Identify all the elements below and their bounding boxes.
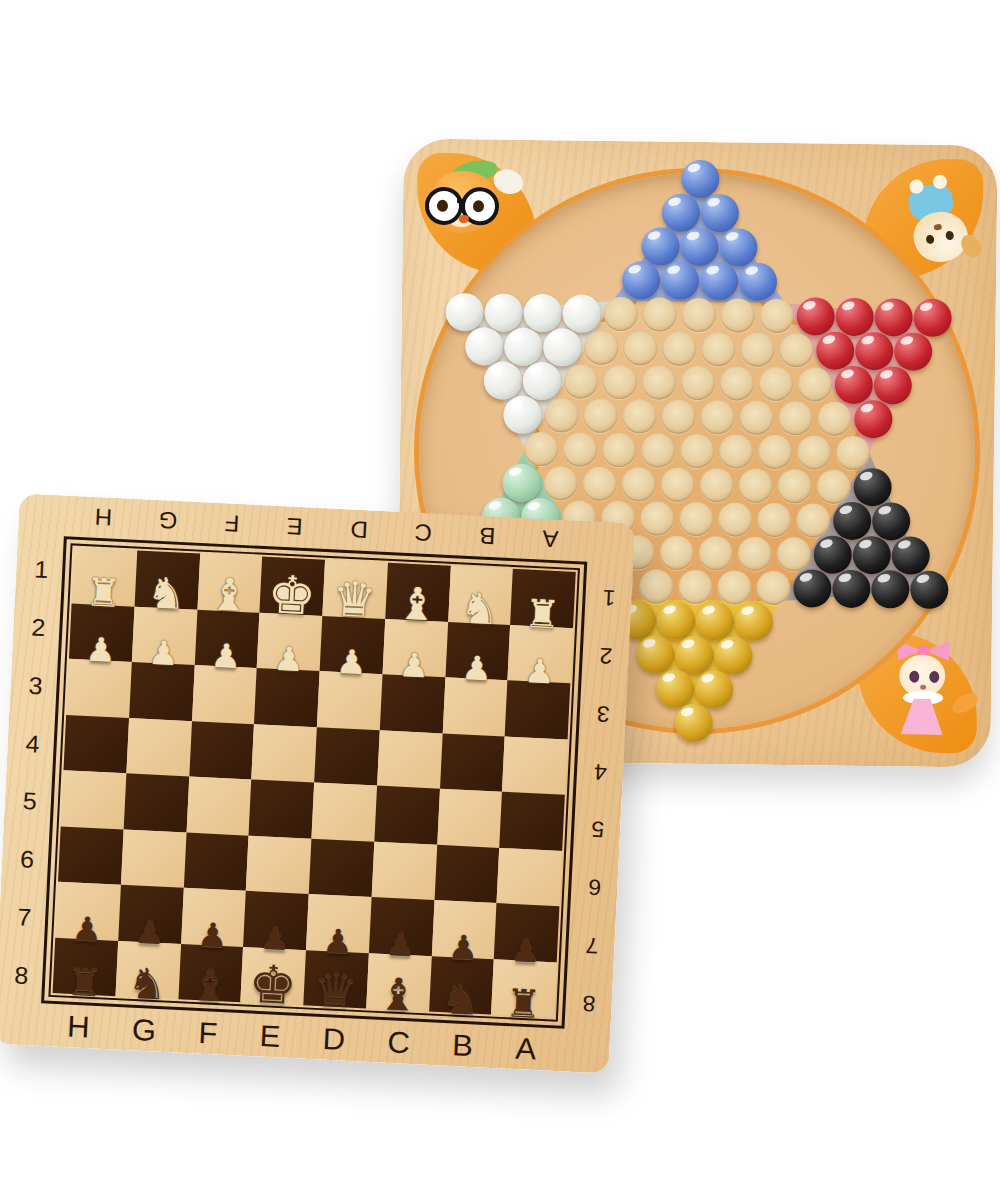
coord-label-d: D bbox=[350, 515, 369, 543]
square-h5 bbox=[61, 770, 126, 829]
marble-black bbox=[832, 570, 870, 608]
coord-label-b: B bbox=[479, 522, 496, 550]
fox-nose bbox=[920, 685, 926, 690]
marble-highlight bbox=[744, 265, 759, 277]
black-bishop-f8: ♝ bbox=[188, 966, 231, 1006]
square-e8: ♚ bbox=[241, 947, 306, 1006]
coord-label-g: G bbox=[131, 1013, 157, 1049]
hole-empty bbox=[543, 466, 577, 500]
square-e5 bbox=[249, 779, 314, 838]
square-f4 bbox=[189, 721, 254, 780]
hole-empty bbox=[777, 469, 811, 503]
hole-empty bbox=[584, 331, 618, 365]
hole-empty bbox=[642, 365, 676, 399]
white-rook-a1: ♜ bbox=[524, 596, 561, 631]
black-pawn-e7: ♟ bbox=[259, 923, 291, 952]
coord-label-1: 1 bbox=[34, 556, 49, 585]
square-a5 bbox=[499, 792, 564, 851]
marble-white bbox=[504, 328, 542, 366]
marble-red bbox=[894, 332, 932, 370]
square-d6 bbox=[309, 838, 374, 897]
square-e4 bbox=[251, 724, 316, 783]
marble-red bbox=[913, 299, 951, 337]
coord-label-h: H bbox=[66, 1009, 90, 1045]
marble-black bbox=[853, 468, 891, 506]
hole-empty bbox=[776, 537, 810, 571]
marble-highlight bbox=[508, 398, 523, 410]
chess-board: HGFEDCBA 12345678 12345678 HGFEDCBA ♜♞♝♚… bbox=[0, 493, 635, 1073]
marble-highlight bbox=[838, 572, 853, 584]
marble-black bbox=[910, 571, 948, 609]
marble-highlight bbox=[840, 368, 855, 380]
white-knight-b1: ♞ bbox=[459, 590, 500, 628]
square-b7: ♟ bbox=[431, 900, 496, 959]
owl-character bbox=[424, 163, 517, 256]
square-h7: ♟ bbox=[55, 882, 120, 941]
marble-white bbox=[503, 396, 541, 434]
hole-empty bbox=[662, 332, 696, 366]
hole-empty bbox=[740, 333, 774, 367]
square-f1: ♝ bbox=[197, 554, 262, 613]
hole-empty bbox=[778, 401, 812, 435]
marble-blue bbox=[660, 262, 698, 300]
square-d4 bbox=[314, 727, 379, 786]
marble-highlight bbox=[647, 230, 662, 242]
square-f6 bbox=[183, 832, 248, 891]
white-pawn-c2: ♟ bbox=[398, 651, 430, 680]
fox-dress bbox=[901, 699, 943, 736]
marble-highlight bbox=[667, 196, 682, 208]
black-queen-d8: ♛ bbox=[312, 968, 359, 1011]
black-pawn-b7: ♟ bbox=[447, 932, 479, 961]
marble-red bbox=[854, 400, 892, 438]
marble-yellow bbox=[695, 602, 733, 640]
owl-beak bbox=[459, 215, 469, 223]
marble-highlight bbox=[681, 638, 696, 650]
square-g1: ♞ bbox=[134, 550, 199, 609]
marble-yellow bbox=[655, 670, 693, 708]
marble-highlight bbox=[701, 604, 716, 616]
marble-highlight bbox=[740, 605, 755, 617]
marble-highlight bbox=[916, 573, 931, 585]
white-pawn-g2: ♟ bbox=[148, 639, 180, 668]
black-rook-h8: ♜ bbox=[66, 965, 103, 1000]
square-f7: ♟ bbox=[181, 888, 246, 947]
marble-highlight bbox=[509, 330, 524, 342]
marble-highlight bbox=[821, 334, 836, 346]
coord-label-6: 6 bbox=[587, 874, 601, 901]
hole-empty bbox=[817, 401, 851, 435]
white-king-e1: ♚ bbox=[267, 572, 318, 619]
marble-white bbox=[465, 327, 503, 365]
hole-empty bbox=[698, 536, 732, 570]
marble-highlight bbox=[642, 638, 657, 650]
hole-empty bbox=[659, 536, 693, 570]
hole-empty bbox=[779, 333, 813, 367]
black-pawn-d7: ♟ bbox=[322, 926, 354, 955]
marble-highlight bbox=[877, 505, 892, 517]
square-h1: ♜ bbox=[72, 547, 137, 606]
black-pawn-c7: ♟ bbox=[385, 929, 417, 958]
marble-highlight bbox=[860, 334, 875, 346]
marble-highlight bbox=[899, 335, 914, 347]
hole-empty bbox=[623, 331, 657, 365]
coord-label-4: 4 bbox=[593, 758, 607, 785]
marble-highlight bbox=[858, 538, 873, 550]
fox-girl-character bbox=[882, 640, 975, 751]
coord-label-7: 7 bbox=[585, 932, 599, 959]
coord-label-e: E bbox=[286, 512, 303, 540]
square-d5 bbox=[311, 783, 376, 842]
square-a7: ♟ bbox=[494, 903, 559, 962]
square-e7: ♟ bbox=[243, 891, 308, 950]
marble-highlight bbox=[490, 296, 505, 308]
square-b4 bbox=[440, 733, 505, 792]
marble-white bbox=[543, 328, 581, 366]
hole-empty bbox=[661, 400, 695, 434]
chess-grid: ♜♞♝♚♛♝♞♜♟♟♟♟♟♟♟♟♟♟♟♟♟♟♟♟♜♞♝♚♛♝♞♜ bbox=[53, 547, 576, 1017]
coord-label-8: 8 bbox=[14, 961, 29, 990]
marble-red bbox=[855, 332, 893, 370]
white-pawn-e2: ♟ bbox=[273, 645, 305, 674]
marble-highlight bbox=[858, 470, 873, 482]
black-rook-a8: ♜ bbox=[505, 986, 542, 1021]
black-king-e8: ♚ bbox=[248, 962, 299, 1009]
coord-label-4: 4 bbox=[25, 729, 40, 758]
coord-label-f: F bbox=[224, 509, 240, 537]
marble-highlight bbox=[879, 369, 894, 381]
black-pawn-a7: ♟ bbox=[510, 936, 542, 965]
marble-highlight bbox=[706, 196, 721, 208]
marble-highlight bbox=[507, 466, 522, 478]
square-c6 bbox=[371, 841, 436, 900]
coord-label-2: 2 bbox=[31, 613, 46, 642]
marble-highlight bbox=[877, 573, 892, 585]
hole-empty bbox=[700, 400, 734, 434]
coord-label-b: B bbox=[451, 1028, 473, 1064]
marble-highlight bbox=[802, 300, 817, 312]
square-b1: ♞ bbox=[448, 566, 513, 625]
black-bishop-c8: ♝ bbox=[376, 975, 419, 1015]
glasses-bridge bbox=[457, 199, 465, 203]
square-b6 bbox=[434, 844, 499, 903]
square-b5 bbox=[437, 789, 502, 848]
hole-empty bbox=[816, 469, 850, 503]
marble-highlight bbox=[470, 330, 485, 342]
marble-highlight bbox=[705, 264, 720, 276]
square-g7: ♟ bbox=[118, 885, 183, 944]
square-g6 bbox=[121, 829, 186, 888]
coord-label-3: 3 bbox=[596, 700, 610, 727]
owl-eye bbox=[437, 200, 448, 212]
board-frame-inner: ♜♞♝♚♛♝♞♜♟♟♟♟♟♟♟♟♟♟♟♟♟♟♟♟♜♞♝♚♛♝♞♜ bbox=[48, 543, 580, 1021]
marble-highlight bbox=[489, 364, 504, 376]
square-c4 bbox=[377, 730, 442, 789]
marble-highlight bbox=[487, 500, 502, 512]
white-pawn-f2: ♟ bbox=[210, 642, 242, 671]
marble-highlight bbox=[627, 263, 642, 275]
marble-highlight bbox=[662, 604, 677, 616]
white-queen-d1: ♛ bbox=[331, 579, 378, 622]
owl-eye bbox=[473, 200, 484, 212]
square-a4 bbox=[502, 736, 567, 795]
square-h6 bbox=[58, 826, 123, 885]
coord-label-c: C bbox=[414, 518, 433, 546]
marble-highlight bbox=[548, 331, 563, 343]
coord-label-a: A bbox=[515, 1031, 537, 1067]
black-pawn-g7: ♟ bbox=[134, 917, 166, 946]
marble-highlight bbox=[720, 639, 735, 651]
coord-label-6: 6 bbox=[19, 845, 34, 874]
marble-highlight bbox=[897, 539, 912, 551]
marble-highlight bbox=[661, 672, 676, 684]
square-d7: ♟ bbox=[306, 894, 371, 953]
marble-black bbox=[793, 569, 831, 607]
hole-empty bbox=[739, 401, 773, 435]
marble-highlight bbox=[838, 504, 853, 516]
white-pawn-h2: ♟ bbox=[85, 636, 117, 665]
coord-label-5: 5 bbox=[590, 816, 604, 843]
white-bishop-f1: ♝ bbox=[208, 576, 251, 616]
hole-empty bbox=[602, 433, 636, 467]
hole-empty bbox=[544, 398, 578, 432]
marble-white bbox=[562, 294, 600, 332]
marble-highlight bbox=[680, 706, 695, 718]
black-knight-g8: ♞ bbox=[127, 964, 168, 1002]
marble-highlight bbox=[799, 572, 814, 584]
white-knight-g1: ♞ bbox=[146, 574, 187, 612]
square-c7: ♟ bbox=[369, 897, 434, 956]
coord-label-8: 8 bbox=[582, 990, 596, 1017]
marble-black bbox=[871, 570, 909, 608]
hole-empty bbox=[680, 434, 714, 468]
marble-blue bbox=[621, 261, 659, 299]
coord-label-5: 5 bbox=[22, 787, 37, 816]
marble-highlight bbox=[841, 300, 856, 312]
marble-highlight bbox=[859, 402, 874, 414]
coord-label-d: D bbox=[322, 1022, 346, 1058]
marble-blue bbox=[661, 194, 699, 232]
hole-empty bbox=[621, 467, 655, 501]
marble-highlight bbox=[529, 296, 544, 308]
square-e1: ♚ bbox=[260, 557, 325, 616]
marble-highlight bbox=[528, 364, 543, 376]
product-photo: HGFEDCBA 12345678 12345678 HGFEDCBA ♜♞♝♚… bbox=[0, 0, 1000, 1200]
coord-label-a: A bbox=[542, 525, 559, 553]
square-g5 bbox=[123, 773, 188, 832]
marble-yellow bbox=[734, 602, 772, 640]
marble-red bbox=[874, 366, 912, 404]
hole-empty bbox=[717, 570, 751, 604]
square-d1: ♛ bbox=[322, 560, 387, 619]
square-a1: ♜ bbox=[510, 569, 575, 628]
fox-tail bbox=[949, 689, 981, 717]
hole-empty bbox=[720, 366, 754, 400]
marble-highlight bbox=[451, 295, 466, 307]
hole-empty bbox=[639, 569, 673, 603]
coord-label-g: G bbox=[158, 506, 178, 534]
marble-black bbox=[891, 536, 929, 574]
marble-green bbox=[502, 464, 540, 502]
hole-empty bbox=[660, 468, 694, 502]
white-rook-h1: ♜ bbox=[85, 575, 122, 610]
hole-empty bbox=[836, 436, 870, 470]
square-c1: ♝ bbox=[385, 563, 450, 622]
square-f5 bbox=[186, 776, 251, 835]
white-pawn-d2: ♟ bbox=[336, 648, 368, 677]
hole-empty bbox=[738, 469, 772, 503]
hole-empty bbox=[701, 332, 735, 366]
hole-empty bbox=[699, 468, 733, 502]
marble-highlight bbox=[526, 500, 541, 512]
hole-empty bbox=[583, 399, 617, 433]
marble-highlight bbox=[686, 230, 701, 242]
marble-yellow bbox=[674, 704, 712, 742]
marble-blue bbox=[738, 262, 776, 300]
marble-highlight bbox=[568, 297, 583, 309]
marble-highlight bbox=[880, 301, 895, 313]
hole-empty bbox=[582, 467, 616, 501]
black-knight-b8: ♞ bbox=[440, 980, 481, 1018]
square-c5 bbox=[374, 786, 439, 845]
marble-highlight bbox=[919, 301, 934, 313]
marble-highlight bbox=[819, 538, 834, 550]
white-pawn-b2: ♟ bbox=[461, 654, 493, 683]
coord-label-7: 7 bbox=[17, 903, 32, 932]
square-h4 bbox=[63, 715, 128, 774]
white-bishop-c1: ♝ bbox=[396, 585, 439, 625]
white-pawn-a2: ♟ bbox=[524, 657, 556, 686]
marble-yellow bbox=[714, 636, 752, 674]
marble-yellow bbox=[656, 602, 694, 640]
marble-red bbox=[816, 331, 854, 369]
black-pawn-f7: ♟ bbox=[197, 920, 229, 949]
marble-black bbox=[852, 536, 890, 574]
marble-highlight bbox=[700, 672, 715, 684]
marble-yellow bbox=[694, 670, 732, 708]
hole-empty bbox=[737, 537, 771, 571]
coord-label-h: H bbox=[94, 503, 113, 531]
marble-blue bbox=[699, 262, 737, 300]
coord-label-c: C bbox=[387, 1025, 411, 1061]
coord-label-1: 1 bbox=[602, 584, 616, 611]
coord-label-e: E bbox=[259, 1019, 281, 1055]
marble-highlight bbox=[687, 162, 702, 174]
board-frame: ♜♞♝♚♛♝♞♜♟♟♟♟♟♟♟♟♟♟♟♟♟♟♟♟♜♞♝♚♛♝♞♜ bbox=[41, 536, 587, 1029]
coord-label-2: 2 bbox=[599, 642, 613, 669]
marble-highlight bbox=[725, 231, 740, 243]
marble-blue bbox=[700, 194, 738, 232]
coord-label-3: 3 bbox=[28, 671, 43, 700]
hole-empty bbox=[622, 399, 656, 433]
marble-highlight bbox=[666, 264, 681, 276]
square-a6 bbox=[497, 847, 562, 906]
marble-black bbox=[813, 535, 851, 573]
marble-blue bbox=[681, 160, 719, 198]
coord-label-f: F bbox=[198, 1016, 219, 1052]
square-e6 bbox=[246, 835, 311, 894]
black-pawn-h7: ♟ bbox=[71, 914, 103, 943]
square-g4 bbox=[126, 718, 191, 777]
